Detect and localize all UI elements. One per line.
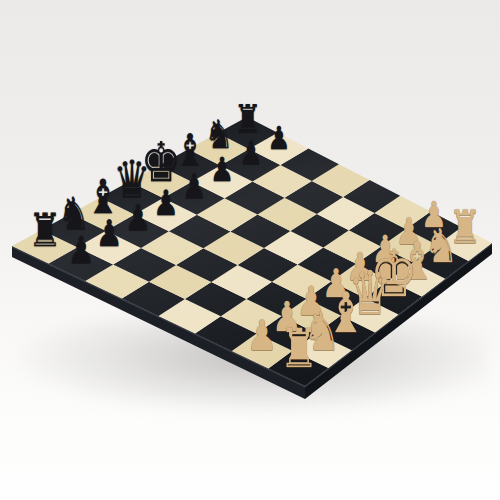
- black-rook-h8[interactable]: ♜: [234, 100, 262, 139]
- white-rook-a1[interactable]: ♜: [279, 322, 319, 376]
- black-pawn-d7[interactable]: ♟: [153, 184, 179, 219]
- black-pawn-f7[interactable]: ♟: [210, 153, 235, 187]
- black-pawn-e7[interactable]: ♟: [181, 169, 206, 203]
- black-pawn-h7[interactable]: ♟: [267, 122, 290, 154]
- black-pawn-c7[interactable]: ♟: [124, 200, 150, 236]
- black-knight-g8[interactable]: ♞: [204, 115, 233, 155]
- black-pawn-b7[interactable]: ♟: [96, 216, 123, 253]
- black-pawn-a7[interactable]: ♟: [67, 232, 95, 270]
- white-pawn-a2[interactable]: ♟: [247, 315, 278, 357]
- chess-set-product-photo: ♜♞♝♛♚♝♞♜♟♟♟♟♟♟♟♟♟♟♟♟♟♟♟♟♜♞♝♛♚♝♞♜: [0, 0, 500, 500]
- black-pawn-g7[interactable]: ♟: [239, 137, 263, 170]
- black-rook-a8[interactable]: ♜: [28, 207, 62, 253]
